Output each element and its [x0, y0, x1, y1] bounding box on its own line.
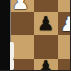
square-r3c2-dark[interactable] [34, 35, 57, 58]
square-r1c2-dark[interactable] [34, 0, 57, 12]
chess-board-crop[interactable]: ♟♟♟♟ [0, 0, 70, 70]
white-pawn-right[interactable]: ♟ [60, 13, 70, 33]
square-r3c3-light[interactable] [58, 35, 71, 58]
black-pawn-lower[interactable]: ♟ [37, 58, 54, 70]
white-pawn-top[interactable]: ♟ [12, 0, 30, 11]
square-r3c1-light[interactable] [11, 35, 34, 58]
square-r4c1-dark[interactable] [11, 59, 34, 71]
white-piece-sliver-lower [10, 59, 14, 70]
black-pawn-upper[interactable]: ♟ [37, 14, 54, 33]
square-r4c3-dark[interactable] [58, 59, 71, 71]
white-piece-sliver-upper [10, 42, 14, 59]
square-r2c1-dark[interactable] [11, 12, 34, 35]
